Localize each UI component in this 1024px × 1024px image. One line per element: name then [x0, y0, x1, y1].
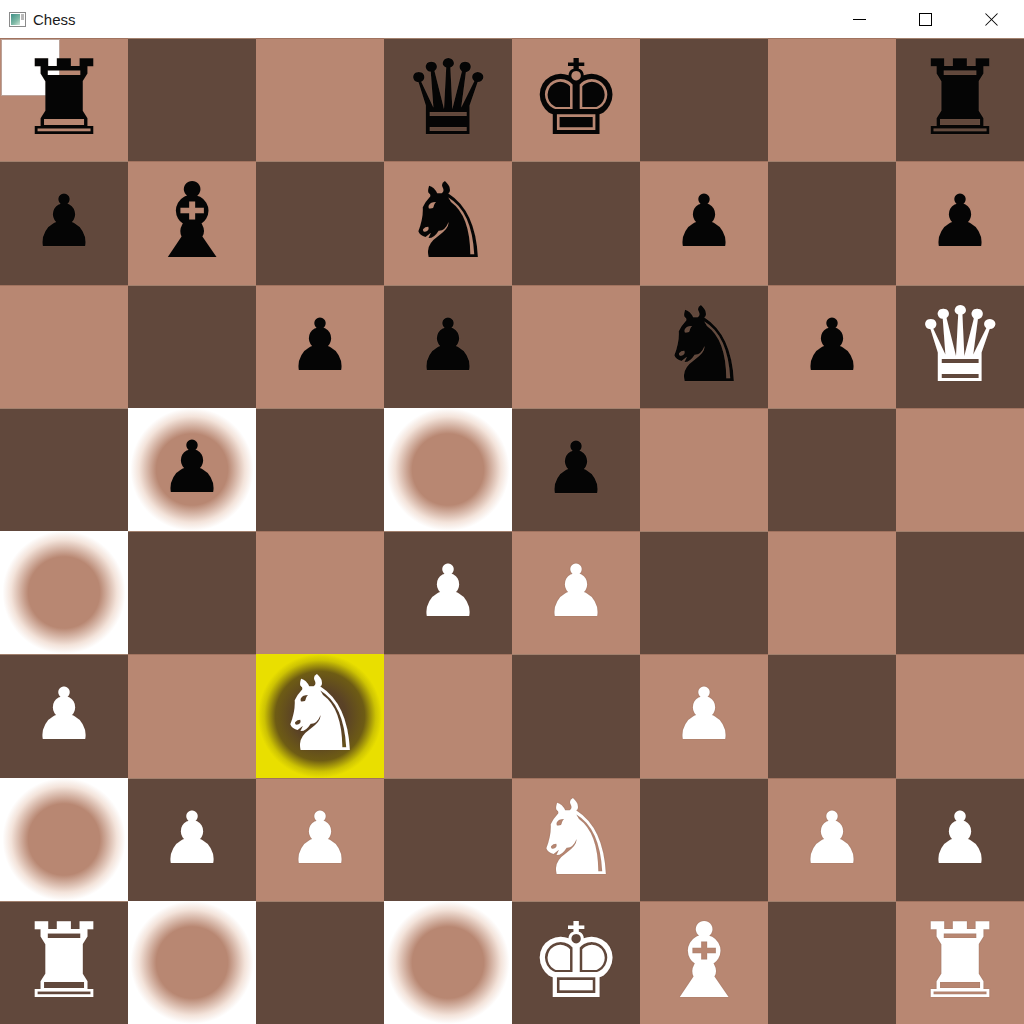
- black-pawn[interactable]: ♟: [672, 185, 737, 257]
- black-rook[interactable]: ♜: [913, 46, 1006, 150]
- black-pawn[interactable]: ♟: [288, 309, 353, 381]
- white-bishop[interactable]: ♝: [657, 909, 750, 1013]
- white-pawn[interactable]: ♟: [672, 678, 737, 750]
- square-a5[interactable]: [0, 408, 128, 531]
- close-button[interactable]: [958, 0, 1024, 38]
- square-c4[interactable]: [256, 531, 384, 654]
- square-c8[interactable]: [256, 38, 384, 161]
- square-d8[interactable]: ♛: [384, 38, 512, 161]
- title-bar: Chess: [0, 0, 1024, 38]
- square-c3[interactable]: ♞: [256, 654, 384, 777]
- square-f2[interactable]: [640, 778, 768, 901]
- square-g3[interactable]: [768, 654, 896, 777]
- window-title: Chess: [33, 11, 76, 28]
- square-h4[interactable]: [896, 531, 1024, 654]
- square-a3[interactable]: ♟: [0, 654, 128, 777]
- square-e5[interactable]: ♟: [512, 408, 640, 531]
- square-a6[interactable]: [0, 285, 128, 408]
- square-f7[interactable]: ♟: [640, 161, 768, 284]
- square-c5[interactable]: [256, 408, 384, 531]
- black-pawn[interactable]: ♟: [416, 309, 481, 381]
- square-c7[interactable]: [256, 161, 384, 284]
- square-b1[interactable]: [128, 901, 256, 1024]
- black-knight[interactable]: ♞: [401, 169, 494, 273]
- maximize-button[interactable]: [892, 0, 958, 38]
- square-b2[interactable]: ♟: [128, 778, 256, 901]
- square-b7[interactable]: ♝: [128, 161, 256, 284]
- square-g2[interactable]: ♟: [768, 778, 896, 901]
- square-d4[interactable]: ♟: [384, 531, 512, 654]
- black-knight[interactable]: ♞: [657, 293, 750, 397]
- square-d1[interactable]: [384, 901, 512, 1024]
- square-g6[interactable]: ♟: [768, 285, 896, 408]
- square-h6[interactable]: ♛: [896, 285, 1024, 408]
- square-e7[interactable]: [512, 161, 640, 284]
- square-h8[interactable]: ♜: [896, 38, 1024, 161]
- black-queen[interactable]: ♛: [401, 46, 494, 150]
- black-pawn[interactable]: ♟: [800, 309, 865, 381]
- white-queen[interactable]: ♛: [913, 293, 1006, 397]
- white-knight[interactable]: ♞: [529, 786, 622, 890]
- chess-app-icon-pane: [11, 14, 20, 25]
- black-pawn[interactable]: ♟: [32, 185, 97, 257]
- square-d3[interactable]: [384, 654, 512, 777]
- square-d5[interactable]: [384, 408, 512, 531]
- black-rook[interactable]: ♜: [17, 46, 110, 150]
- square-e2[interactable]: ♞: [512, 778, 640, 901]
- black-pawn[interactable]: ♟: [928, 185, 993, 257]
- square-f8[interactable]: [640, 38, 768, 161]
- white-rook[interactable]: ♜: [17, 909, 110, 1013]
- square-f6[interactable]: ♞: [640, 285, 768, 408]
- square-f4[interactable]: [640, 531, 768, 654]
- close-icon: [985, 13, 998, 26]
- white-pawn[interactable]: ♟: [928, 802, 993, 874]
- maximize-icon: [919, 13, 932, 26]
- square-d2[interactable]: [384, 778, 512, 901]
- square-e3[interactable]: [512, 654, 640, 777]
- square-c6[interactable]: ♟: [256, 285, 384, 408]
- square-h1[interactable]: ♜: [896, 901, 1024, 1024]
- square-f1[interactable]: ♝: [640, 901, 768, 1024]
- square-f3[interactable]: ♟: [640, 654, 768, 777]
- white-knight[interactable]: ♞: [273, 662, 366, 766]
- chess-board: ♜♛♚♜♟♝♞♟♟♟♟♞♟♛♟♟♟♟♟♞♟♟♟♞♟♟♜♚♝♜: [0, 38, 1024, 1024]
- square-a1[interactable]: ♜: [0, 901, 128, 1024]
- black-pawn[interactable]: ♟: [160, 431, 225, 503]
- white-pawn[interactable]: ♟: [800, 802, 865, 874]
- chess-app-icon: [9, 12, 26, 27]
- square-e8[interactable]: ♚: [512, 38, 640, 161]
- white-pawn[interactable]: ♟: [288, 802, 353, 874]
- square-a4[interactable]: [0, 531, 128, 654]
- square-h7[interactable]: ♟: [896, 161, 1024, 284]
- square-f5[interactable]: [640, 408, 768, 531]
- black-king[interactable]: ♚: [529, 46, 622, 150]
- white-rook[interactable]: ♜: [913, 909, 1006, 1013]
- square-c1[interactable]: [256, 901, 384, 1024]
- square-d6[interactable]: ♟: [384, 285, 512, 408]
- square-e6[interactable]: [512, 285, 640, 408]
- square-g4[interactable]: [768, 531, 896, 654]
- square-b3[interactable]: [128, 654, 256, 777]
- square-a7[interactable]: ♟: [0, 161, 128, 284]
- square-h5[interactable]: [896, 408, 1024, 531]
- chess-app-icon-pane2: [21, 14, 24, 20]
- square-e1[interactable]: ♚: [512, 901, 640, 1024]
- square-g5[interactable]: [768, 408, 896, 531]
- white-pawn[interactable]: ♟: [416, 555, 481, 627]
- square-g8[interactable]: [768, 38, 896, 161]
- square-a8[interactable]: ♜: [0, 38, 128, 161]
- square-c2[interactable]: ♟: [256, 778, 384, 901]
- square-g7[interactable]: [768, 161, 896, 284]
- white-king[interactable]: ♚: [529, 909, 622, 1013]
- square-b8[interactable]: [128, 38, 256, 161]
- window-controls: [826, 0, 1024, 38]
- square-b4[interactable]: [128, 531, 256, 654]
- black-pawn[interactable]: ♟: [544, 432, 609, 504]
- black-bishop[interactable]: ♝: [145, 169, 238, 273]
- square-b5[interactable]: ♟: [128, 408, 256, 531]
- square-g1[interactable]: [768, 901, 896, 1024]
- square-h3[interactable]: [896, 654, 1024, 777]
- white-pawn[interactable]: ♟: [32, 678, 97, 750]
- white-pawn[interactable]: ♟: [160, 802, 225, 874]
- square-e4[interactable]: ♟: [512, 531, 640, 654]
- minimize-button[interactable]: [826, 0, 892, 38]
- square-b6[interactable]: [128, 285, 256, 408]
- square-d7[interactable]: ♞: [384, 161, 512, 284]
- square-h2[interactable]: ♟: [896, 778, 1024, 901]
- white-pawn[interactable]: ♟: [544, 555, 609, 627]
- minimize-icon: [853, 19, 866, 20]
- square-a2[interactable]: [0, 778, 128, 901]
